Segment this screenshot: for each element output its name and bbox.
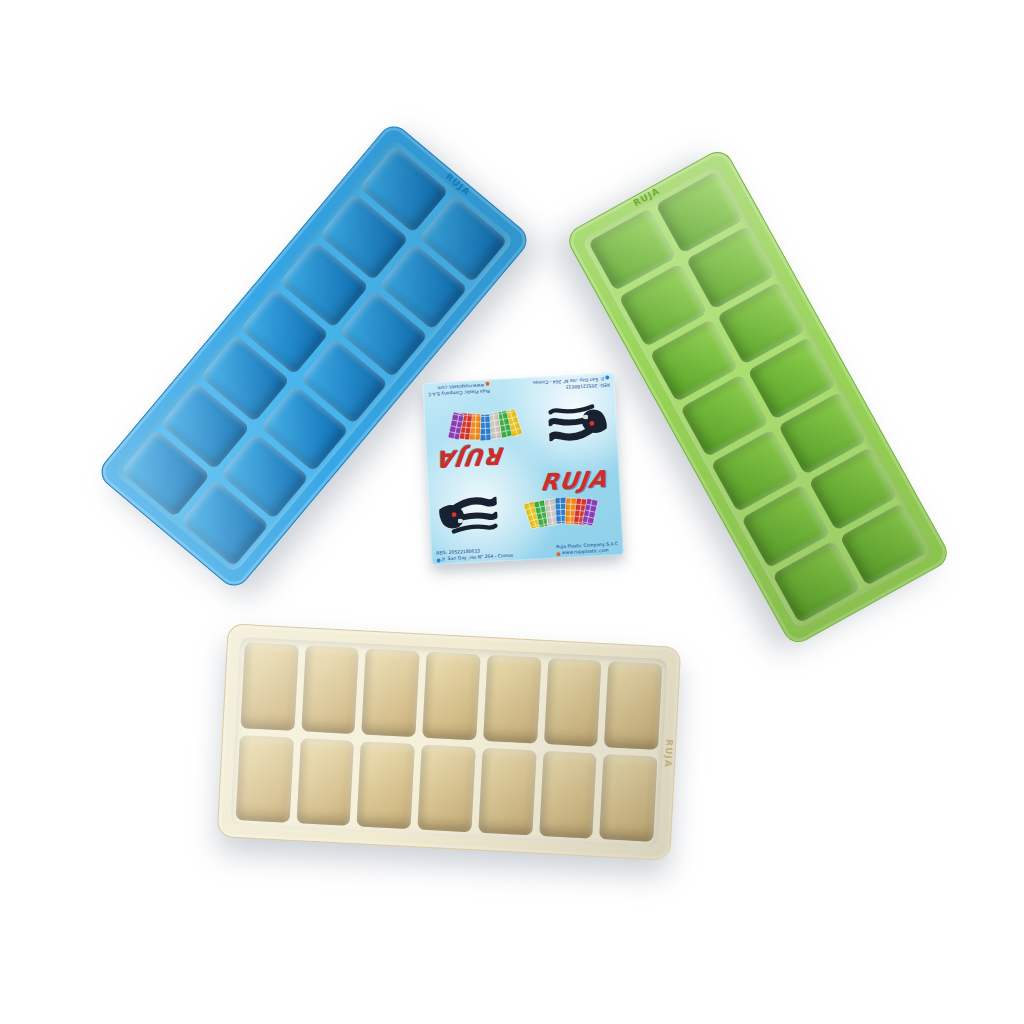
product-photo: RUJA RUJA RUJA RUJA <box>0 0 1024 1024</box>
green-ice-tray: RUJA <box>564 146 953 648</box>
ice-cube-cell <box>296 738 354 826</box>
brand-label-card: RUJA REG: 20522180633 Jr. San Gay ,res N… <box>422 373 623 565</box>
ice-cube-cell <box>418 744 476 832</box>
brand-wordmark: RUJA <box>539 465 609 495</box>
lion-mane-icon <box>547 386 616 449</box>
label-half-rotated: RUJA REG: 20522180633 Jr. San Gay ,res N… <box>422 373 618 474</box>
ice-cube-cell <box>539 750 597 838</box>
ice-cube-cell <box>362 649 420 737</box>
ice-cube-cell <box>604 661 662 749</box>
ice-cube-cell <box>544 658 602 746</box>
ice-cube-cell <box>599 754 657 842</box>
tray-cube-grid <box>230 637 667 847</box>
ice-cube-cell <box>422 652 480 740</box>
location-pin-icon <box>437 558 441 562</box>
brand-wordmark: RUJA <box>437 443 507 473</box>
cream-ice-tray: RUJA <box>217 623 682 860</box>
embossed-brand-text: RUJA <box>663 735 675 771</box>
ice-cube-cell <box>236 735 294 823</box>
ice-cube-cell <box>478 747 536 835</box>
ice-cube-cell <box>483 655 541 743</box>
location-pin-icon <box>605 376 609 380</box>
tray-fan <box>428 400 542 444</box>
website-text: www.rujaplastic.com <box>562 548 609 557</box>
label-half-upright: RUJA REG: 20522180633 Jr. San Gay ,res N… <box>427 464 623 565</box>
tray-cube-grid <box>581 164 935 630</box>
lion-mane-icon <box>430 488 499 551</box>
ice-cube-cell <box>240 642 298 730</box>
ice-cube-cell <box>301 645 359 733</box>
website-icon <box>485 382 489 386</box>
tray-fan <box>505 494 619 538</box>
ice-cube-cell <box>357 741 415 829</box>
website-icon <box>556 552 560 556</box>
